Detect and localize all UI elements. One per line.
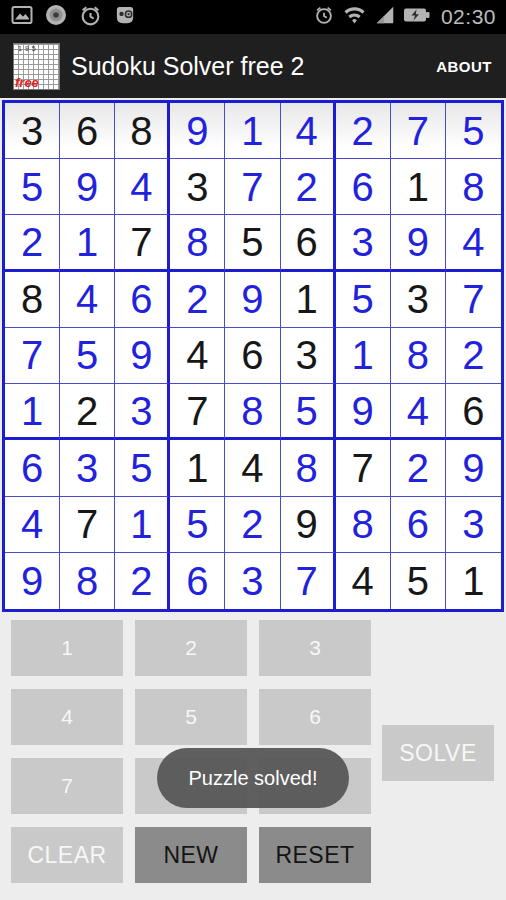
cell-r4c7[interactable]: 5 [336, 272, 391, 328]
cell-r2c3[interactable]: 4 [115, 159, 170, 215]
cell-r2c7[interactable]: 6 [336, 159, 391, 215]
cell-r1c5[interactable]: 1 [225, 103, 280, 159]
cell-r4c4[interactable]: 2 [170, 272, 225, 328]
battery-charging-icon [403, 7, 431, 27]
cell-r6c8[interactable]: 4 [391, 384, 446, 440]
cell-r6c2[interactable]: 2 [60, 384, 115, 440]
cell-r8c5[interactable]: 2 [225, 497, 280, 553]
keypad-2[interactable]: 2 [135, 620, 247, 676]
sudoku-board: 3689142755943726182178563948462915377594… [2, 100, 504, 612]
cell-r8c2[interactable]: 7 [60, 497, 115, 553]
cell-r6c3[interactable]: 3 [115, 384, 170, 440]
cell-r4c2[interactable]: 4 [60, 272, 115, 328]
cell-r5c5[interactable]: 6 [225, 328, 280, 384]
cell-r6c1[interactable]: 1 [5, 384, 60, 440]
cell-r3c6[interactable]: 6 [281, 215, 336, 271]
new-button[interactable]: NEW [135, 827, 247, 883]
cell-r1c6[interactable]: 4 [281, 103, 336, 159]
cell-r5c4[interactable]: 4 [170, 328, 225, 384]
cell-r5c3[interactable]: 9 [115, 328, 170, 384]
clear-button[interactable]: CLEAR [11, 827, 123, 883]
cell-r2c6[interactable]: 2 [281, 159, 336, 215]
wifi-icon [342, 4, 367, 30]
status-bar: 02:30 [0, 0, 506, 34]
app-icon-digits: 195 [18, 45, 39, 52]
cell-r4c3[interactable]: 6 [115, 272, 170, 328]
cell-r2c2[interactable]: 9 [60, 159, 115, 215]
cell-r7c3[interactable]: 5 [115, 440, 170, 496]
cell-r9c6[interactable]: 7 [281, 553, 336, 609]
keypad-6[interactable]: 6 [259, 689, 371, 745]
page-title: Sudoku Solver free 2 [71, 52, 304, 81]
system-status-icons: 02:30 [313, 4, 496, 30]
app-bar: 195 free Sudoku Solver free 2 ABOUT [0, 34, 506, 98]
gallery-icon [10, 3, 34, 31]
media-circle-icon [43, 2, 69, 32]
solve-button[interactable]: SOLVE [382, 725, 494, 781]
cell-r7c7[interactable]: 7 [336, 440, 391, 496]
cell-r8c4[interactable]: 5 [170, 497, 225, 553]
cell-r3c7[interactable]: 3 [336, 215, 391, 271]
cell-r5c8[interactable]: 8 [391, 328, 446, 384]
cell-r9c8[interactable]: 5 [391, 553, 446, 609]
cell-r8c8[interactable]: 6 [391, 497, 446, 553]
cell-r1c7[interactable]: 2 [336, 103, 391, 159]
cell-r3c1[interactable]: 2 [5, 215, 60, 271]
app-icon-free-badge: free [15, 75, 39, 90]
cell-r3c8[interactable]: 9 [391, 215, 446, 271]
cell-r6c6[interactable]: 5 [281, 384, 336, 440]
cell-r4c1[interactable]: 8 [5, 272, 60, 328]
cell-r9c3[interactable]: 2 [115, 553, 170, 609]
cell-r9c4[interactable]: 6 [170, 553, 225, 609]
cell-r7c5[interactable]: 4 [225, 440, 280, 496]
cell-r3c4[interactable]: 8 [170, 215, 225, 271]
reset-button[interactable]: RESET [259, 827, 371, 883]
notification-icons [10, 2, 138, 32]
cell-r3c2[interactable]: 1 [60, 215, 115, 271]
cell-r6c4[interactable]: 7 [170, 384, 225, 440]
cell-r5c2[interactable]: 5 [60, 328, 115, 384]
cell-r4c6[interactable]: 1 [281, 272, 336, 328]
cell-r8c1[interactable]: 4 [5, 497, 60, 553]
keypad-4[interactable]: 4 [11, 689, 123, 745]
cell-r7c2[interactable]: 3 [60, 440, 115, 496]
cell-r7c4[interactable]: 1 [170, 440, 225, 496]
cell-r4c5[interactable]: 9 [225, 272, 280, 328]
keypad-7[interactable]: 7 [11, 758, 123, 814]
sudoku-solver-app: { "game": "sudoku", "position": { "solut… [0, 0, 506, 900]
cell-r1c1[interactable]: 3 [5, 103, 60, 159]
cell-r3c3[interactable]: 7 [115, 215, 170, 271]
cell-r8c7[interactable]: 8 [336, 497, 391, 553]
cell-r8c3[interactable]: 1 [115, 497, 170, 553]
signal-icon [374, 4, 396, 30]
toast: Puzzle solved! [157, 748, 349, 808]
cell-r4c9[interactable]: 7 [446, 272, 501, 328]
keypad-3[interactable]: 3 [259, 620, 371, 676]
cell-r2c1[interactable]: 5 [5, 159, 60, 215]
cell-r6c9[interactable]: 6 [446, 384, 501, 440]
cell-r9c1[interactable]: 9 [5, 553, 60, 609]
cell-r3c5[interactable]: 5 [225, 215, 280, 271]
cyanogen-mascot-icon [112, 2, 138, 32]
cell-r7c9[interactable]: 9 [446, 440, 501, 496]
cell-r2c8[interactable]: 1 [391, 159, 446, 215]
cell-r1c9[interactable]: 5 [446, 103, 501, 159]
about-menu-item[interactable]: ABOUT [436, 58, 492, 75]
alarm-icon [78, 3, 103, 32]
cell-r5c6[interactable]: 3 [281, 328, 336, 384]
cell-r2c9[interactable]: 8 [446, 159, 501, 215]
cell-r5c1[interactable]: 7 [5, 328, 60, 384]
cell-r8c6[interactable]: 9 [281, 497, 336, 553]
cell-r6c5[interactable]: 8 [225, 384, 280, 440]
cell-r1c2[interactable]: 6 [60, 103, 115, 159]
cell-r7c1[interactable]: 6 [5, 440, 60, 496]
keypad-1[interactable]: 1 [11, 620, 123, 676]
cell-r5c9[interactable]: 2 [446, 328, 501, 384]
cell-r5c7[interactable]: 1 [336, 328, 391, 384]
cell-r9c2[interactable]: 8 [60, 553, 115, 609]
cell-r9c5[interactable]: 3 [225, 553, 280, 609]
cell-r7c8[interactable]: 2 [391, 440, 446, 496]
app-icon: 195 free [13, 43, 60, 90]
cell-r1c4[interactable]: 9 [170, 103, 225, 159]
toast-message: Puzzle solved! [189, 767, 318, 790]
cell-r2c4[interactable]: 3 [170, 159, 225, 215]
cell-r7c6[interactable]: 8 [281, 440, 336, 496]
cell-r4c8[interactable]: 3 [391, 272, 446, 328]
cell-r1c3[interactable]: 8 [115, 103, 170, 159]
status-time: 02:30 [441, 5, 496, 29]
cell-r6c7[interactable]: 9 [336, 384, 391, 440]
alarm-icon [313, 4, 335, 30]
cell-r9c7[interactable]: 4 [336, 553, 391, 609]
cell-r3c9[interactable]: 4 [446, 215, 501, 271]
cell-r8c9[interactable]: 3 [446, 497, 501, 553]
keypad-5[interactable]: 5 [135, 689, 247, 745]
cell-r9c9[interactable]: 1 [446, 553, 501, 609]
cell-r1c8[interactable]: 7 [391, 103, 446, 159]
cell-r2c5[interactable]: 7 [225, 159, 280, 215]
